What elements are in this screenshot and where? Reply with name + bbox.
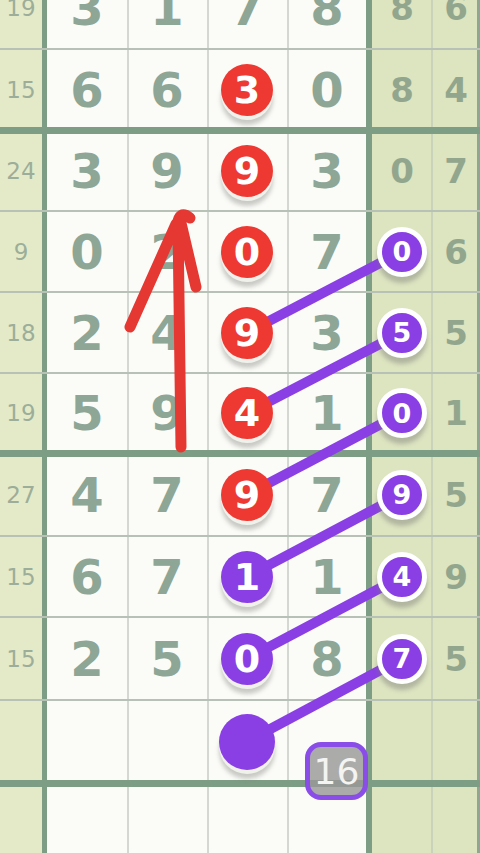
circled-digit: 0 xyxy=(221,226,273,278)
side-circled-digit: 4 xyxy=(377,552,427,602)
circled-digit: 9 xyxy=(221,145,273,197)
circled-digit: 9 xyxy=(221,469,273,521)
circled-digit: 1 xyxy=(221,551,273,603)
red-arrow-annotation xyxy=(130,215,196,447)
circled-digit: 3 xyxy=(221,64,273,116)
lottery-chart-screen: 1931788615660842439307902761824351959112… xyxy=(0,0,480,853)
circled-digit: 9 xyxy=(221,307,273,359)
count-badge: 16 xyxy=(305,742,368,800)
side-circled-digit: 9 xyxy=(377,470,427,520)
side-circled-digit: 0 xyxy=(377,388,427,438)
side-circled-digit: 0 xyxy=(377,227,427,277)
count-badge-value: 16 xyxy=(314,751,360,792)
side-circled-digit: 7 xyxy=(377,634,427,684)
solid-dot-marker xyxy=(219,714,275,770)
circled-digit: 4 xyxy=(221,387,273,439)
side-circled-digit: 5 xyxy=(377,308,427,358)
circled-digit: 0 xyxy=(221,633,273,685)
